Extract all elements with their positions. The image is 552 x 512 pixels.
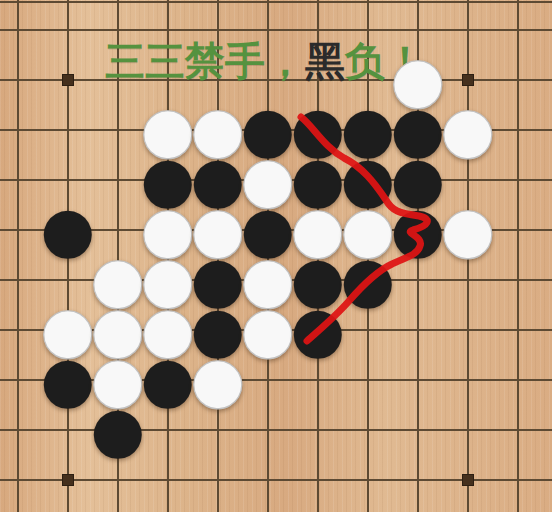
grid-line-horizontal: [0, 29, 552, 31]
stone-white: ●: [443, 105, 493, 155]
star-point: [462, 474, 474, 486]
caption: 三三禁手，黑负！: [105, 41, 425, 81]
stone-black: ●: [43, 355, 93, 405]
stone-black: ●: [293, 305, 343, 355]
star-point: [62, 474, 74, 486]
stone-white: ●: [443, 205, 493, 255]
grid-line-vertical: [17, 0, 19, 512]
star-point: [462, 74, 474, 86]
star-point: [62, 74, 74, 86]
stone-black: ●: [343, 255, 393, 305]
caption-text-forbidden: 三三禁手，: [105, 38, 305, 84]
stone-black: ●: [93, 405, 143, 455]
gomoku-board-screenshot: 三三禁手，黑负！ ●●●●●●●●●●●●●●●●●●●●●●●●●●●●●●●…: [0, 0, 552, 512]
grid-line-horizontal: [0, 429, 552, 431]
grid-line-vertical: [517, 0, 519, 512]
stone-black: ●: [143, 355, 193, 405]
stone-white: ●: [193, 355, 243, 405]
stone-white: ●: [243, 305, 293, 355]
caption-text-black: 黑: [305, 38, 345, 84]
board-top-edge-line: [0, 1, 552, 3]
stone-black: ●: [393, 205, 443, 255]
stone-black: ●: [43, 205, 93, 255]
